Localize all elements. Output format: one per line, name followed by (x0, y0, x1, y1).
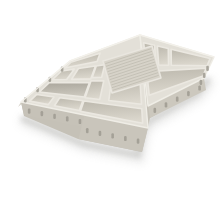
notch (99, 131, 102, 136)
notch (176, 97, 179, 102)
notch (79, 119, 82, 124)
notch (154, 108, 157, 113)
organizer-tray-illustration (0, 0, 220, 200)
notch (124, 136, 127, 141)
compartment-ext-square-2 (157, 46, 168, 65)
notch (203, 73, 206, 78)
notch (86, 128, 89, 133)
notch (137, 139, 140, 144)
notch (41, 111, 44, 116)
notch (187, 91, 190, 96)
notch (198, 85, 201, 90)
notch (165, 102, 168, 107)
notch (66, 116, 69, 121)
notch (28, 109, 31, 114)
notch (53, 114, 56, 119)
notch (200, 80, 203, 85)
notch (111, 133, 114, 138)
product-photo-organizer-tray (0, 0, 220, 200)
notch (206, 66, 209, 71)
